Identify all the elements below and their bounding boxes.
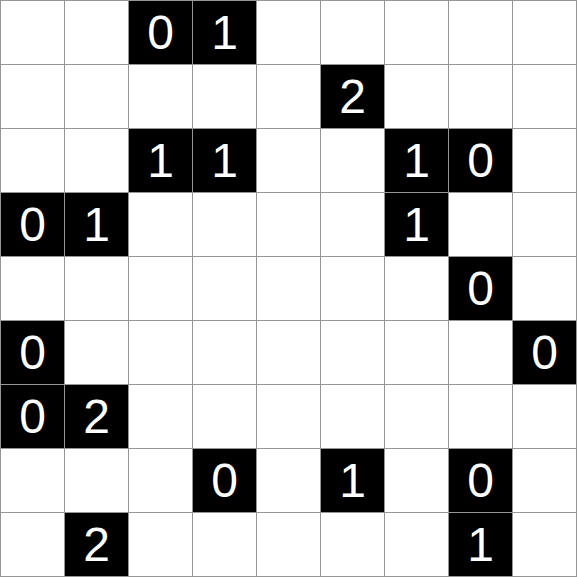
- black-clue-cell: 1: [65, 193, 128, 256]
- white-cell[interactable]: [449, 385, 512, 448]
- white-cell[interactable]: [129, 385, 192, 448]
- clue-digit: 1: [211, 137, 238, 185]
- white-cell[interactable]: [1, 449, 64, 512]
- white-cell[interactable]: [257, 129, 320, 192]
- white-cell[interactable]: [385, 1, 448, 64]
- white-cell[interactable]: [129, 513, 192, 576]
- clue-digit: 0: [467, 457, 494, 505]
- white-cell[interactable]: [513, 513, 576, 576]
- white-cell[interactable]: [321, 257, 384, 320]
- white-cell[interactable]: [385, 65, 448, 128]
- clue-digit: 2: [83, 521, 110, 569]
- black-clue-cell: 1: [385, 193, 448, 256]
- white-cell[interactable]: [449, 321, 512, 384]
- white-cell[interactable]: [1, 65, 64, 128]
- black-clue-cell: 2: [321, 65, 384, 128]
- white-cell[interactable]: [1, 257, 64, 320]
- white-cell[interactable]: [385, 449, 448, 512]
- clue-digit: 0: [19, 393, 46, 441]
- white-cell[interactable]: [513, 385, 576, 448]
- black-clue-cell: 0: [513, 321, 576, 384]
- white-cell[interactable]: [129, 65, 192, 128]
- white-cell[interactable]: [257, 1, 320, 64]
- white-cell[interactable]: [129, 257, 192, 320]
- clue-digit: 2: [339, 73, 366, 121]
- clue-digit: 0: [211, 457, 238, 505]
- clue-digit: 0: [19, 201, 46, 249]
- white-cell[interactable]: [65, 257, 128, 320]
- clue-digit: 2: [83, 393, 110, 441]
- white-cell[interactable]: [513, 193, 576, 256]
- white-cell[interactable]: [257, 449, 320, 512]
- black-clue-cell: 0: [1, 193, 64, 256]
- white-cell[interactable]: [449, 65, 512, 128]
- white-cell[interactable]: [257, 513, 320, 576]
- black-clue-cell: 0: [193, 449, 256, 512]
- clue-digit: 1: [467, 521, 494, 569]
- black-clue-cell: 0: [449, 257, 512, 320]
- black-clue-cell: 2: [65, 385, 128, 448]
- black-clue-cell: 0: [449, 449, 512, 512]
- white-cell[interactable]: [193, 257, 256, 320]
- white-cell[interactable]: [65, 129, 128, 192]
- white-cell[interactable]: [193, 385, 256, 448]
- white-cell[interactable]: [385, 321, 448, 384]
- white-cell[interactable]: [513, 257, 576, 320]
- white-cell[interactable]: [129, 321, 192, 384]
- white-cell[interactable]: [257, 385, 320, 448]
- white-cell[interactable]: [1, 129, 64, 192]
- clue-digit: 1: [83, 201, 110, 249]
- white-cell[interactable]: [257, 193, 320, 256]
- white-cell[interactable]: [129, 193, 192, 256]
- black-clue-cell: 0: [129, 1, 192, 64]
- white-cell[interactable]: [513, 129, 576, 192]
- clue-digit: 1: [403, 201, 430, 249]
- black-clue-cell: 1: [193, 129, 256, 192]
- white-cell[interactable]: [321, 1, 384, 64]
- clue-digit: 0: [19, 329, 46, 377]
- white-cell[interactable]: [385, 513, 448, 576]
- clue-digit: 1: [211, 9, 238, 57]
- white-cell[interactable]: [65, 321, 128, 384]
- white-cell[interactable]: [1, 513, 64, 576]
- white-cell[interactable]: [193, 193, 256, 256]
- clue-digit: 1: [403, 137, 430, 185]
- clue-digit: 1: [147, 137, 174, 185]
- white-cell[interactable]: [257, 65, 320, 128]
- white-cell[interactable]: [513, 1, 576, 64]
- white-cell[interactable]: [321, 193, 384, 256]
- black-clue-cell: 0: [1, 321, 64, 384]
- white-cell[interactable]: [513, 65, 576, 128]
- white-cell[interactable]: [321, 321, 384, 384]
- white-cell[interactable]: [449, 1, 512, 64]
- white-cell[interactable]: [193, 321, 256, 384]
- white-cell[interactable]: [449, 193, 512, 256]
- white-cell[interactable]: [129, 449, 192, 512]
- white-cell[interactable]: [385, 257, 448, 320]
- clue-digit: 0: [147, 9, 174, 57]
- white-cell[interactable]: [65, 449, 128, 512]
- white-cell[interactable]: [257, 321, 320, 384]
- black-clue-cell: 1: [449, 513, 512, 576]
- clue-digit: 0: [531, 329, 558, 377]
- white-cell[interactable]: [257, 257, 320, 320]
- clue-digit: 0: [467, 265, 494, 313]
- black-clue-cell: 0: [1, 385, 64, 448]
- black-clue-cell: 2: [65, 513, 128, 576]
- puzzle-board: 01211100110000201021: [0, 0, 577, 577]
- white-cell[interactable]: [65, 1, 128, 64]
- white-cell[interactable]: [321, 513, 384, 576]
- white-cell[interactable]: [193, 513, 256, 576]
- white-cell[interactable]: [513, 449, 576, 512]
- black-clue-cell: 1: [129, 129, 192, 192]
- black-clue-cell: 1: [321, 449, 384, 512]
- clue-digit: 0: [467, 137, 494, 185]
- white-cell[interactable]: [65, 65, 128, 128]
- white-cell[interactable]: [321, 385, 384, 448]
- white-cell[interactable]: [193, 65, 256, 128]
- white-cell[interactable]: [321, 129, 384, 192]
- black-clue-cell: 0: [449, 129, 512, 192]
- black-clue-cell: 1: [385, 129, 448, 192]
- black-clue-cell: 1: [193, 1, 256, 64]
- white-cell[interactable]: [385, 385, 448, 448]
- clue-digit: 1: [339, 457, 366, 505]
- white-cell[interactable]: [1, 1, 64, 64]
